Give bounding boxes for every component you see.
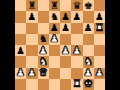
black-knight-icon: ♞ <box>50 11 59 21</box>
square-h7[interactable]: ♟ <box>94 11 105 22</box>
square-b6[interactable] <box>26 23 37 34</box>
square-c4[interactable]: ♟ <box>38 45 49 56</box>
square-e4[interactable]: ♟ <box>60 45 71 56</box>
square-g7[interactable] <box>83 11 94 22</box>
square-d2[interactable] <box>49 68 60 79</box>
square-e1[interactable] <box>60 79 71 90</box>
black-pawn-icon: ♟ <box>84 23 93 33</box>
black-rook-icon: ♜ <box>50 0 59 10</box>
square-a8[interactable] <box>15 0 26 11</box>
black-pawn-icon: ♟ <box>61 11 70 21</box>
white-pawn-icon: ♟ <box>84 68 93 78</box>
square-d8[interactable]: ♜ <box>49 0 60 11</box>
white-pawn-icon: ♟ <box>16 68 25 78</box>
white-queen-icon: ♛ <box>39 68 48 78</box>
square-b4[interactable] <box>26 45 37 56</box>
square-d1[interactable] <box>49 79 60 90</box>
square-d3[interactable] <box>49 56 60 67</box>
square-h8[interactable] <box>94 0 105 11</box>
black-pawn-icon: ♟ <box>50 23 59 33</box>
square-c5[interactable]: ♞ <box>38 34 49 45</box>
white-rook-icon: ♜ <box>72 79 81 89</box>
square-g3[interactable]: ♞ <box>83 56 94 67</box>
square-f3[interactable] <box>71 56 82 67</box>
square-e6[interactable]: ♟ <box>60 23 71 34</box>
square-g1[interactable]: ♚ <box>83 79 94 90</box>
black-pawn-icon: ♟ <box>95 11 104 21</box>
square-f7[interactable]: ♟ <box>71 11 82 22</box>
square-a5[interactable] <box>15 34 26 45</box>
square-a4[interactable]: ♟ <box>15 45 26 56</box>
black-pawn-icon: ♟ <box>61 23 70 33</box>
black-king-icon: ♚ <box>84 0 93 10</box>
square-h3[interactable] <box>94 56 105 67</box>
white-pawn-icon: ♟ <box>72 45 81 55</box>
square-a2[interactable]: ♟ <box>15 68 26 79</box>
black-pawn-icon: ♟ <box>27 11 36 21</box>
square-a3[interactable] <box>15 56 26 67</box>
square-f1[interactable]: ♜ <box>71 79 82 90</box>
square-g2[interactable]: ♟ <box>83 68 94 79</box>
square-b3[interactable] <box>26 56 37 67</box>
square-g8[interactable]: ♚ <box>83 0 94 11</box>
white-pawn-icon: ♟ <box>27 68 36 78</box>
square-b1[interactable] <box>26 79 37 90</box>
square-g6[interactable]: ♟ <box>83 23 94 34</box>
square-b8[interactable]: ♜ <box>26 0 37 11</box>
square-e7[interactable]: ♟ <box>60 11 71 22</box>
white-rook-icon: ♜ <box>95 23 104 33</box>
square-b2[interactable]: ♟ <box>26 68 37 79</box>
square-f5[interactable] <box>71 34 82 45</box>
square-c3[interactable]: ♞ <box>38 56 49 67</box>
white-knight-icon: ♞ <box>84 56 93 66</box>
black-pawn-icon: ♟ <box>72 11 81 21</box>
black-knight-icon: ♞ <box>39 34 48 44</box>
square-a1[interactable] <box>15 79 26 90</box>
white-pawn-icon: ♟ <box>50 34 59 44</box>
chess-board: ♜♜♛♚♟♞♟♟♟♟♟♟♜♞♟♟♟♟♟♞♞♟♟♛♟♟♜♚ <box>15 0 105 90</box>
square-h5[interactable] <box>94 34 105 45</box>
square-f2[interactable] <box>71 68 82 79</box>
black-pawn-icon: ♟ <box>16 45 25 55</box>
white-pawn-icon: ♟ <box>61 45 70 55</box>
black-rook-icon: ♜ <box>27 0 36 10</box>
square-c8[interactable] <box>38 0 49 11</box>
square-c7[interactable] <box>38 11 49 22</box>
chess-diagram: ♜♜♛♚♟♞♟♟♟♟♟♟♜♞♟♟♟♟♟♞♞♟♟♛♟♟♜♚ <box>0 0 120 90</box>
square-c1[interactable] <box>38 79 49 90</box>
square-c6[interactable] <box>38 23 49 34</box>
square-d4[interactable] <box>49 45 60 56</box>
square-d7[interactable]: ♞ <box>49 11 60 22</box>
square-h2[interactable]: ♟ <box>94 68 105 79</box>
square-e5[interactable] <box>60 34 71 45</box>
white-king-icon: ♚ <box>84 79 93 89</box>
square-h4[interactable] <box>94 45 105 56</box>
square-f4[interactable]: ♟ <box>71 45 82 56</box>
white-pawn-icon: ♟ <box>39 45 48 55</box>
square-b5[interactable] <box>26 34 37 45</box>
black-queen-icon: ♛ <box>72 0 81 10</box>
square-h1[interactable] <box>94 79 105 90</box>
square-a7[interactable] <box>15 11 26 22</box>
white-knight-icon: ♞ <box>39 56 48 66</box>
square-c2[interactable]: ♛ <box>38 68 49 79</box>
square-a6[interactable] <box>15 23 26 34</box>
square-g4[interactable] <box>83 45 94 56</box>
white-pawn-icon: ♟ <box>95 68 104 78</box>
square-g5[interactable] <box>83 34 94 45</box>
square-d6[interactable]: ♟ <box>49 23 60 34</box>
square-f8[interactable]: ♛ <box>71 0 82 11</box>
square-e2[interactable] <box>60 68 71 79</box>
square-h6[interactable]: ♜ <box>94 23 105 34</box>
square-d5[interactable]: ♟ <box>49 34 60 45</box>
square-e3[interactable] <box>60 56 71 67</box>
square-b7[interactable]: ♟ <box>26 11 37 22</box>
square-f6[interactable] <box>71 23 82 34</box>
square-e8[interactable] <box>60 0 71 11</box>
